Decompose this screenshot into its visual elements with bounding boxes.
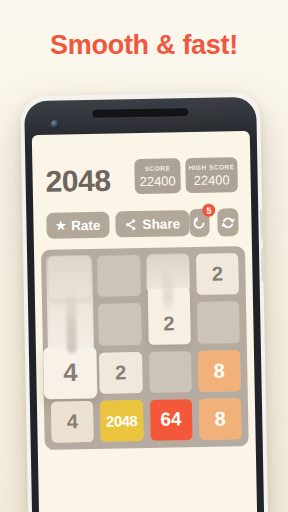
board-cell [98,303,141,345]
rate-label: Rate [71,217,101,233]
undo-count-badge: 5 [202,204,215,217]
score-label: SCORE [134,164,180,172]
tile-2: 2 [196,253,239,295]
power-button [260,210,264,240]
share-label: Share [142,216,180,232]
undo-icon [192,215,207,230]
motion-streak-col1 [66,287,77,353]
board-cell: 4 [50,352,93,394]
front-camera [50,120,59,129]
phone-bezel: 2048 SCORE 22400 HIGH SCORE 22400 ★ Rate [24,97,264,512]
high-score-value: 22400 [186,172,238,188]
toolbar: ★ Rate Share [33,195,252,240]
high-score-label: HIGH SCORE [185,163,237,171]
tile-2: 2 [99,352,142,394]
refresh-icon [220,215,235,230]
undo-button[interactable]: 5 [189,209,210,237]
tile-8: 8 [199,398,242,440]
tile-8: 8 [198,350,241,392]
speaker-grille [92,108,188,118]
board-cell: 8 [199,398,242,440]
board-cell: 2 [99,352,142,394]
tile-2048: 2048 [100,400,143,442]
board-cell [197,301,240,343]
restart-button[interactable] [217,208,238,236]
board-cell: 2048 [100,400,143,442]
tile-4: 4 [51,401,94,443]
promo-screenshot: Smooth & fast! 2048 SCORE 22400 HIGH SCO… [0,0,288,512]
share-icon [124,218,137,231]
tile-64: 64 [149,399,192,441]
app-title: 2048 [45,164,110,199]
headline: Smooth & fast! [0,30,288,61]
board-cell: 64 [149,399,192,441]
score-box: SCORE 22400 [134,158,181,194]
game-screen: 2048 SCORE 22400 HIGH SCORE 22400 ★ Rate [32,131,258,512]
rate-button[interactable]: ★ Rate [46,212,110,239]
phone-mockup: 2048 SCORE 22400 HIGH SCORE 22400 ★ Rate [20,92,268,512]
board-cell: 8 [198,350,241,392]
game-board[interactable]: 2 2 4 2 [41,246,249,450]
board-cell: 4 [51,401,94,443]
star-icon: ★ [55,219,66,231]
score-value: 22400 [135,173,181,189]
share-button[interactable]: Share [115,210,189,237]
board-cell [148,351,191,393]
board-cell: 2 [196,253,239,295]
motion-streak-col3 [162,259,173,311]
high-score-box: HIGH SCORE 22400 [185,157,238,193]
game-header: 2048 SCORE 22400 HIGH SCORE 22400 [32,131,251,199]
board-cell [97,255,140,297]
volume-button [261,248,265,282]
